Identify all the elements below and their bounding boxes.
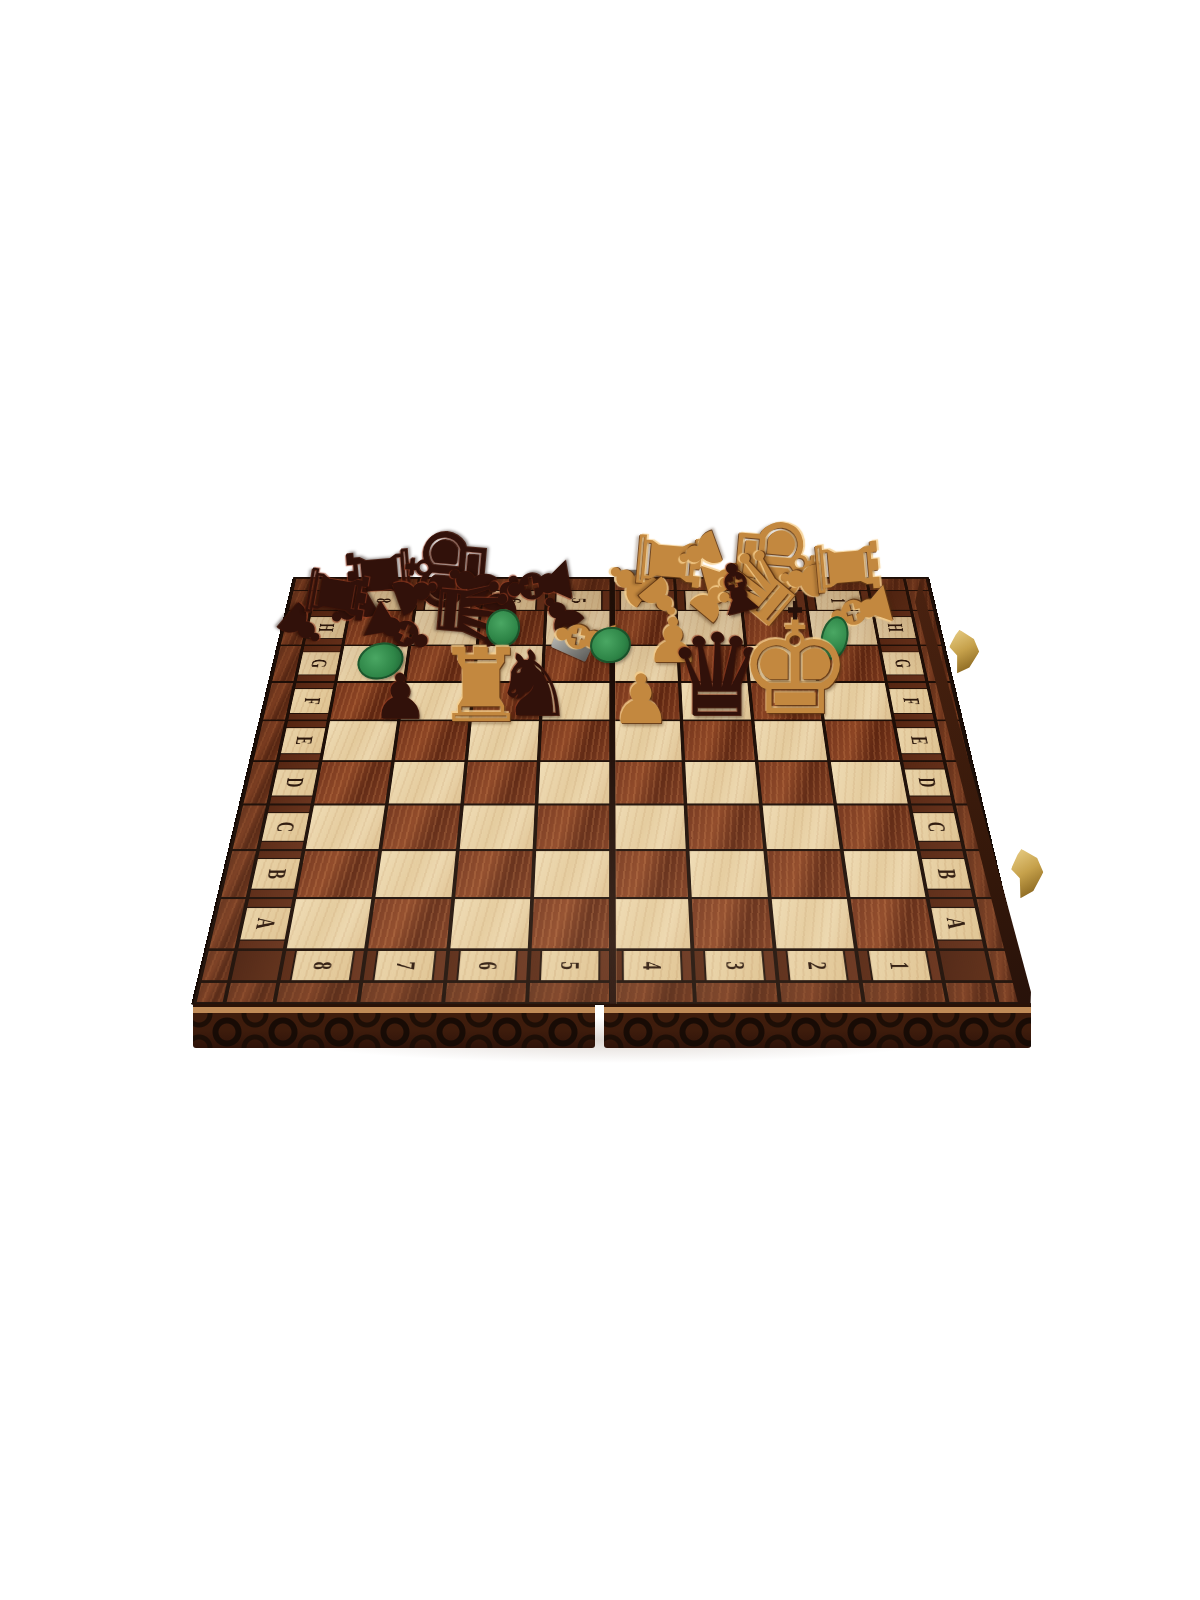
coordinate-label-box: 1 — [869, 951, 930, 980]
coordinate-label: B — [933, 869, 960, 879]
board-square — [297, 851, 379, 897]
number-label-cell: 1 — [858, 951, 941, 980]
coordinate-label-box: B — [922, 859, 971, 889]
letter-label-cell: E — [895, 721, 942, 760]
board-square — [376, 851, 456, 897]
board-square — [690, 851, 768, 897]
board-square — [850, 899, 935, 948]
coordinate-label: F — [899, 697, 923, 704]
board-square — [762, 805, 839, 849]
board-square — [692, 899, 772, 948]
board-outer-frame — [863, 983, 946, 1002]
chess-piece-light-king: ♚ — [738, 605, 853, 733]
board-square — [306, 805, 385, 849]
board-square — [771, 899, 853, 948]
number-label-cell: 8 — [281, 951, 364, 980]
coordinate-label-box: A — [931, 908, 981, 939]
coordinate-label: B — [262, 869, 289, 879]
coordinate-label-box: 3 — [705, 951, 764, 980]
number-label-cell: 5 — [530, 951, 609, 980]
board-square — [450, 899, 530, 948]
coordinate-label-box: 4 — [624, 951, 681, 980]
board-outer-frame — [779, 983, 861, 1002]
board-outer-frame — [696, 983, 777, 1002]
board-square — [368, 899, 450, 948]
coordinate-label-box: E — [897, 728, 941, 753]
coordinate-label: E — [906, 736, 931, 744]
board-square — [314, 762, 391, 803]
coordinate-label: 7 — [391, 961, 418, 969]
board-square — [534, 851, 609, 897]
letter-label-cell: F — [888, 683, 934, 720]
board-square — [613, 899, 691, 948]
board-square — [831, 762, 908, 803]
border-corner-cell — [231, 951, 282, 980]
letter-label-cell: G — [881, 646, 925, 681]
coordinate-label-box: G — [882, 652, 924, 674]
letter-label-cell: D — [903, 762, 952, 803]
board-square — [767, 851, 847, 897]
coordinate-label: D — [915, 778, 941, 788]
letter-label-cell: C — [912, 805, 962, 849]
coordinate-label: A — [252, 918, 280, 929]
box-front-face-right-half — [604, 1004, 1031, 1048]
board-outer-frame — [906, 579, 928, 590]
board-square — [758, 762, 833, 803]
coordinate-label: 5 — [556, 961, 583, 969]
coordinate-label: C — [923, 822, 949, 832]
box-front-face — [193, 1004, 1031, 1048]
brass-clasp — [1004, 848, 1047, 903]
board-square — [536, 805, 609, 849]
coordinate-label-box: 5 — [541, 951, 598, 980]
border-corner-cell — [940, 951, 991, 980]
board-square — [287, 899, 372, 948]
coordinate-label-box: F — [889, 689, 932, 713]
letter-label-cell: B — [920, 851, 972, 897]
board-outer-frame — [202, 951, 234, 980]
board-square — [389, 762, 464, 803]
coordinate-label: G — [891, 659, 915, 668]
coordinate-label: F — [300, 697, 324, 704]
board-outer-frame — [946, 983, 996, 1002]
board-square — [464, 762, 537, 803]
board-square — [531, 899, 609, 948]
board-outer-frame — [445, 983, 526, 1002]
box-front-face-left-half — [193, 1004, 595, 1048]
letter-label-cell: A — [930, 899, 984, 948]
number-label-cell: 3 — [695, 951, 776, 980]
coordinate-label: C — [272, 822, 298, 832]
board-square — [613, 762, 684, 803]
board-outer-frame — [197, 983, 227, 1002]
board-square — [687, 805, 762, 849]
coordinate-label: A — [942, 918, 970, 929]
board-square — [685, 762, 758, 803]
coordinate-label: 8 — [309, 961, 337, 969]
chess-piece-dark-pawn: ♟ — [372, 666, 428, 728]
coordinate-label-box: 8 — [292, 951, 353, 980]
coordinate-label: 4 — [639, 961, 666, 969]
coordinate-label-box: 2 — [787, 951, 847, 980]
board-outer-frame — [277, 983, 360, 1002]
board-square — [455, 851, 533, 897]
coordinate-label: 1 — [885, 961, 913, 969]
coordinate-label-box: D — [905, 769, 951, 795]
board-square — [837, 805, 916, 849]
board-outer-frame — [227, 983, 277, 1002]
number-label-cell: 7 — [364, 951, 446, 980]
board-square — [459, 805, 534, 849]
chess-piece-dark-rook: ♜ — [292, 553, 381, 635]
coordinate-label: D — [282, 778, 308, 788]
coordinate-label-box: F — [290, 689, 333, 713]
board-outer-frame — [361, 983, 443, 1002]
board-outer-frame — [529, 983, 609, 1002]
board-square — [382, 805, 459, 849]
coordinate-label-box: B — [251, 859, 300, 889]
letter-label-cell: F — [288, 683, 334, 720]
letter-label-cell: E — [279, 721, 326, 760]
number-label-cell: 4 — [613, 951, 692, 980]
coordinate-label-box: C — [913, 813, 960, 841]
coordinate-label-box: E — [281, 728, 325, 753]
product-photo-chess-set: 87654321HHGGFFEEDDCCBBAA87654321 ♜♚♟♟♟♟♛… — [0, 0, 1200, 1600]
coordinate-label-box: C — [262, 813, 309, 841]
coordinate-label: 3 — [721, 961, 748, 969]
board-square — [538, 762, 609, 803]
coordinate-label-box: D — [272, 769, 318, 795]
coordinate-label-box: A — [240, 908, 290, 939]
coordinate-label-box: 7 — [375, 951, 435, 980]
board-square — [613, 805, 686, 849]
number-label-cell: 2 — [776, 951, 858, 980]
number-label-cell: 6 — [447, 951, 528, 980]
coordinate-label-box: 6 — [458, 951, 517, 980]
board-square — [843, 851, 925, 897]
board-square — [613, 851, 688, 897]
letter-label-cell: D — [270, 762, 319, 803]
chess-piece-dark-knight: ♞ — [493, 639, 574, 729]
letter-label-cell: C — [260, 805, 310, 849]
letter-label-cell: B — [250, 851, 302, 897]
letter-label-cell: A — [238, 899, 292, 948]
board-outer-frame — [613, 983, 693, 1002]
coordinate-label: 2 — [803, 961, 830, 969]
coordinate-label: 6 — [474, 961, 501, 969]
coordinate-label: E — [291, 736, 316, 744]
